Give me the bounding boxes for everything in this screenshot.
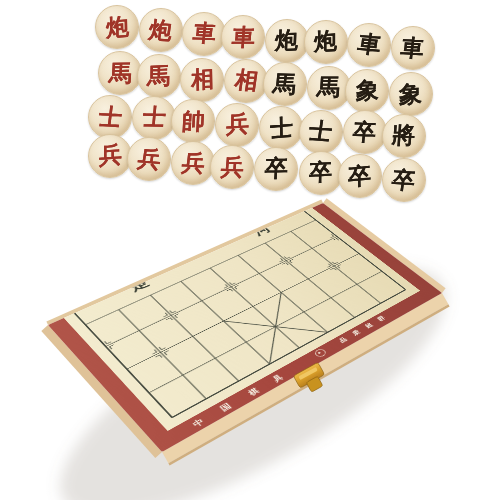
- piece-character: 車: [192, 22, 217, 46]
- xiangqi-piece-red: 炮: [95, 5, 139, 49]
- edge-text-character: 国: [218, 401, 234, 413]
- edge-text-character: 具: [270, 373, 285, 384]
- piece-character: 炮: [314, 29, 337, 54]
- xiangqi-piece-black: 卒: [343, 110, 387, 154]
- xiangqi-piece-black: 卒: [382, 158, 426, 202]
- edge-text-character: 群: [376, 315, 388, 323]
- piece-character: 車: [400, 36, 426, 60]
- piece-character: 兵: [180, 151, 206, 175]
- xiangqi-piece-red: 馬: [98, 51, 142, 95]
- xiangqi-piece-black: 卒: [338, 154, 382, 198]
- xiangqi-piece-red: 車: [182, 12, 226, 56]
- piece-character: 相: [191, 67, 214, 92]
- piece-character: 象: [355, 79, 379, 103]
- piece-character: 士: [270, 116, 293, 141]
- xiangqi-piece-black: 車: [391, 26, 435, 70]
- xiangqi-piece-black: 炮: [265, 19, 309, 63]
- piece-character: 卒: [352, 121, 377, 145]
- xiangqi-piece-red: 車: [221, 15, 265, 59]
- xiangqi-piece-red: 炮: [139, 8, 183, 52]
- xiangqi-piece-red: 士: [88, 95, 132, 139]
- piece-character: 兵: [220, 156, 245, 179]
- piece-character: 車: [231, 26, 256, 49]
- edge-text-character: 品: [337, 336, 349, 345]
- xiangqi-piece-black: 將: [382, 114, 426, 158]
- piece-character: 馬: [147, 64, 170, 88]
- piece-character: 卒: [391, 168, 417, 192]
- piece-character: 帥: [181, 110, 205, 133]
- edge-text-character: 中: [190, 417, 206, 430]
- xiangqi-piece-red: 相: [180, 58, 224, 102]
- xiangqi-piece-black: 卒: [299, 151, 343, 195]
- piece-character: 卒: [264, 157, 288, 180]
- xiangqi-piece-red: 士: [132, 96, 176, 140]
- piece-character: 炮: [105, 14, 128, 39]
- piece-character: 炮: [275, 29, 299, 53]
- piece-character: 兵: [226, 113, 249, 137]
- xiangqi-piece-black: 車: [347, 23, 391, 67]
- piece-character: 士: [97, 105, 123, 129]
- edge-text-character: 质: [350, 329, 362, 338]
- maker-logo-icon: [313, 348, 328, 358]
- xiangqi-piece-black: 炮: [304, 20, 348, 64]
- xiangqi-piece-red: 兵: [88, 134, 132, 178]
- piece-character: 士: [142, 106, 167, 129]
- piece-character: 士: [307, 119, 333, 143]
- xiangqi-piece-black: 馬: [307, 66, 351, 110]
- piece-character: 車: [356, 33, 383, 58]
- edge-text-character: 棋: [246, 386, 261, 398]
- piece-character: 炮: [148, 18, 174, 42]
- xiangqi-piece-black: 象: [389, 72, 433, 116]
- edge-text-character: 超: [363, 321, 375, 329]
- xiangqi-piece-red: 兵: [215, 103, 259, 147]
- piece-character: 卒: [348, 164, 371, 189]
- piece-character: 象: [399, 82, 422, 107]
- piece-character: 馬: [316, 76, 341, 99]
- xiangqi-piece-red: 相: [224, 59, 268, 103]
- xiangqi-piece-red: 馬: [137, 54, 181, 98]
- product-photo: 楚 河 中国棋具品质超群 炮炮車車炮炮車車馬馬相相馬馬象象士士帥兵士士卒將兵兵兵…: [0, 0, 500, 500]
- xiangqi-piece-black: 象: [345, 69, 389, 113]
- piece-character: 相: [233, 68, 259, 92]
- xiangqi-piece-black: 馬: [263, 62, 307, 106]
- palace-diagonals: [224, 292, 328, 364]
- piece-character: 馬: [108, 61, 132, 84]
- piece-character: 將: [391, 124, 416, 147]
- piece-character: 兵: [136, 147, 163, 172]
- piece-character: 馬: [272, 72, 297, 96]
- piece-character: 卒: [309, 160, 332, 184]
- piece-character: 兵: [99, 143, 122, 168]
- xiangqi-piece-black: 卒: [254, 147, 298, 191]
- xiangqi-piece-black: 士: [299, 110, 343, 154]
